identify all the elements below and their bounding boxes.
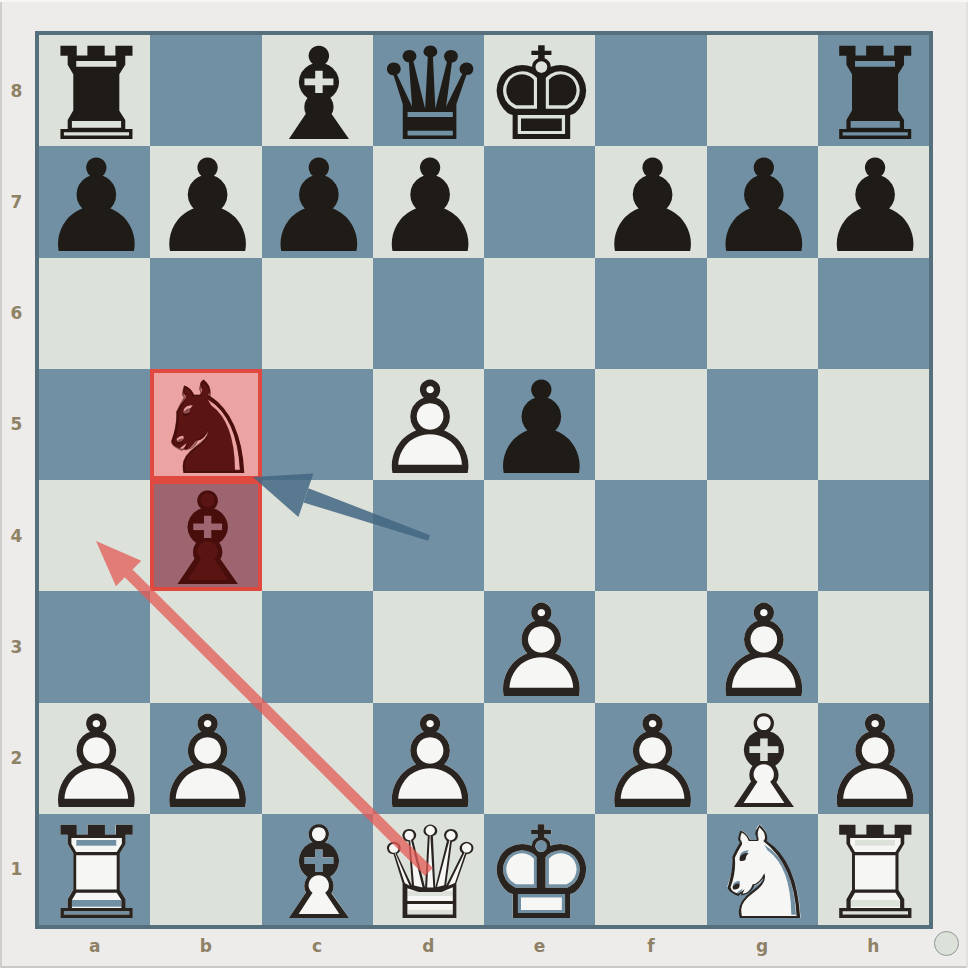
piece-white-queen[interactable]: ♛♕	[373, 814, 484, 925]
piece-black-pawn[interactable]: ♟	[373, 146, 484, 257]
piece-white-pawn[interactable]: ♟♙	[595, 703, 706, 814]
piece-white-pawn[interactable]: ♟♙	[484, 591, 595, 702]
square-a7[interactable]: ♟	[39, 146, 150, 257]
white-bishop-icon: ♝	[707, 699, 818, 827]
piece-white-rook[interactable]: ♜♖	[39, 814, 150, 925]
square-c4[interactable]	[262, 480, 373, 591]
piece-white-pawn[interactable]: ♟♙	[150, 703, 261, 814]
white-rook-icon: ♜	[39, 810, 150, 938]
square-d6[interactable]	[373, 258, 484, 369]
white-queen-icon: ♛	[373, 810, 484, 938]
square-a8[interactable]: ♜	[39, 35, 150, 146]
white-pawn-icon: ♟	[484, 588, 595, 716]
square-b3[interactable]	[150, 591, 261, 702]
black-pawn-icon: ♟	[373, 143, 484, 271]
square-f3[interactable]	[595, 591, 706, 702]
board: ♜♝♛♚♜♟♟♟♟♟♟♟♞♘♟♙♟♝♗♟♙♟♙♟♙♟♙♟♙♟♙♝♗♟♙♜♖♝♗♛…	[39, 35, 929, 925]
white-pawn-icon: ♟	[373, 699, 484, 827]
white-pawn-icon: ♟	[707, 588, 818, 716]
square-h8[interactable]: ♜	[818, 35, 929, 146]
black-queen-icon: ♛	[373, 31, 484, 159]
piece-black-bishop[interactable]: ♝♗	[150, 480, 261, 591]
page: 87654321 ♜♝♛♚♜♟♟♟♟♟♟♟♞♘♟♙♟♝♗♟♙♟♙♟♙♟♙♟♙♟♙…	[0, 0, 968, 968]
piece-black-rook[interactable]: ♜	[39, 35, 150, 146]
square-a2[interactable]: ♟♙	[39, 703, 150, 814]
square-g5[interactable]	[707, 369, 818, 480]
square-c1[interactable]: ♝♗	[262, 814, 373, 925]
square-e6[interactable]	[484, 258, 595, 369]
black-pawn-icon: ♟	[484, 365, 595, 493]
white-pawn-outline-icon: ♙	[595, 699, 706, 827]
black-rook-icon: ♜	[39, 31, 150, 159]
square-c6[interactable]	[262, 258, 373, 369]
white-knight-icon: ♞	[707, 810, 818, 938]
white-pawn-icon: ♟	[373, 365, 484, 493]
square-a6[interactable]	[39, 258, 150, 369]
white-pawn-outline-icon: ♙	[707, 588, 818, 716]
square-b8[interactable]	[150, 35, 261, 146]
square-b4[interactable]: ♝♗	[150, 480, 261, 591]
file-label-e: e	[484, 929, 595, 963]
square-g7[interactable]: ♟	[707, 146, 818, 257]
square-d3[interactable]	[373, 591, 484, 702]
file-label-d: d	[373, 929, 484, 963]
square-c5[interactable]	[262, 369, 373, 480]
black-king-icon: ♚	[484, 31, 595, 159]
square-c3[interactable]	[262, 591, 373, 702]
square-h7[interactable]: ♟	[818, 146, 929, 257]
white-bishop-outline-icon: ♗	[707, 699, 818, 827]
piece-white-pawn[interactable]: ♟♙	[373, 703, 484, 814]
black-bishop-icon: ♝	[262, 31, 373, 159]
black-knight-icon: ♞	[150, 365, 261, 493]
white-rook-outline-icon: ♖	[818, 810, 929, 938]
square-f4[interactable]	[595, 480, 706, 591]
black-pawn-icon: ♟	[818, 143, 929, 271]
square-a3[interactable]	[39, 591, 150, 702]
square-f1[interactable]	[595, 814, 706, 925]
square-f5[interactable]	[595, 369, 706, 480]
white-pawn-outline-icon: ♙	[373, 365, 484, 493]
square-h3[interactable]	[818, 591, 929, 702]
square-e8[interactable]: ♚	[484, 35, 595, 146]
rank-label-5: 5	[0, 369, 33, 480]
square-h1[interactable]: ♜♖	[818, 814, 929, 925]
square-b6[interactable]	[150, 258, 261, 369]
white-king-outline-icon: ♔	[484, 810, 595, 938]
white-pawn-outline-icon: ♙	[818, 699, 929, 827]
piece-white-king[interactable]: ♚♔	[484, 814, 595, 925]
piece-black-pawn[interactable]: ♟	[262, 146, 373, 257]
white-pawn-outline-icon: ♙	[484, 588, 595, 716]
white-pawn-outline-icon: ♙	[150, 699, 261, 827]
piece-black-pawn[interactable]: ♟	[595, 146, 706, 257]
square-g2[interactable]: ♝♗	[707, 703, 818, 814]
white-queen-outline-icon: ♕	[373, 810, 484, 938]
piece-white-pawn[interactable]: ♟♙	[373, 369, 484, 480]
piece-white-bishop[interactable]: ♝♗	[707, 703, 818, 814]
square-c8[interactable]: ♝	[262, 35, 373, 146]
black-pawn-icon: ♟	[595, 143, 706, 271]
rank-label-2: 2	[0, 703, 33, 814]
white-pawn-outline-icon: ♙	[373, 699, 484, 827]
square-a4[interactable]	[39, 480, 150, 591]
square-g1[interactable]: ♞♘	[707, 814, 818, 925]
square-g6[interactable]	[707, 258, 818, 369]
piece-black-knight[interactable]: ♞♘	[150, 369, 261, 480]
file-label-a: a	[39, 929, 150, 963]
black-pawn-icon: ♟	[262, 143, 373, 271]
white-bishop-outline-icon: ♗	[262, 810, 373, 938]
black-pawn-icon: ♟	[39, 143, 150, 271]
white-pawn-icon: ♟	[150, 699, 261, 827]
piece-black-rook[interactable]: ♜	[818, 35, 929, 146]
piece-black-pawn[interactable]: ♟	[39, 146, 150, 257]
piece-white-bishop[interactable]: ♝♗	[262, 814, 373, 925]
square-f7[interactable]: ♟	[595, 146, 706, 257]
square-c2[interactable]	[262, 703, 373, 814]
square-g4[interactable]	[707, 480, 818, 591]
piece-white-pawn[interactable]: ♟♙	[707, 591, 818, 702]
square-c7[interactable]: ♟	[262, 146, 373, 257]
piece-black-king[interactable]: ♚	[484, 35, 595, 146]
square-d8[interactable]: ♛	[373, 35, 484, 146]
square-b7[interactable]: ♟	[150, 146, 261, 257]
black-bishop-icon: ♝	[150, 476, 261, 604]
white-pawn-icon: ♟	[595, 699, 706, 827]
piece-black-bishop[interactable]: ♝	[262, 35, 373, 146]
square-h5[interactable]	[818, 369, 929, 480]
file-label-h: h	[818, 929, 929, 963]
piece-black-pawn[interactable]: ♟	[150, 146, 261, 257]
piece-black-queen[interactable]: ♛	[373, 35, 484, 146]
square-h2[interactable]: ♟♙	[818, 703, 929, 814]
square-b1[interactable]	[150, 814, 261, 925]
rank-labels: 87654321	[0, 35, 33, 925]
rank-label-7: 7	[0, 146, 33, 257]
piece-white-knight[interactable]: ♞♘	[707, 814, 818, 925]
file-label-b: b	[150, 929, 261, 963]
rank-label-3: 3	[0, 591, 33, 702]
square-h6[interactable]	[818, 258, 929, 369]
file-labels: abcdefgh	[39, 929, 929, 963]
square-d5[interactable]: ♟♙	[373, 369, 484, 480]
piece-black-pawn[interactable]: ♟	[484, 369, 595, 480]
file-label-f: f	[595, 929, 706, 963]
square-b2[interactable]: ♟♙	[150, 703, 261, 814]
square-f8[interactable]	[595, 35, 706, 146]
white-pawn-outline-icon: ♙	[39, 699, 150, 827]
file-label-c: c	[262, 929, 373, 963]
board-frame: ♜♝♛♚♜♟♟♟♟♟♟♟♞♘♟♙♟♝♗♟♙♟♙♟♙♟♙♟♙♟♙♝♗♟♙♜♖♝♗♛…	[35, 31, 933, 929]
square-e1[interactable]: ♚♔	[484, 814, 595, 925]
square-g3[interactable]: ♟♙	[707, 591, 818, 702]
square-a5[interactable]	[39, 369, 150, 480]
turn-indicator-white	[934, 931, 959, 956]
white-bishop-icon: ♝	[262, 810, 373, 938]
black-bishop-outline-icon: ♗	[150, 476, 261, 604]
rank-label-4: 4	[0, 480, 33, 591]
piece-black-pawn[interactable]: ♟	[707, 146, 818, 257]
square-g8[interactable]	[707, 35, 818, 146]
white-knight-outline-icon: ♘	[707, 810, 818, 938]
rank-label-1: 1	[0, 814, 33, 925]
square-a1[interactable]: ♜♖	[39, 814, 150, 925]
square-f6[interactable]	[595, 258, 706, 369]
black-pawn-icon: ♟	[150, 143, 261, 271]
white-pawn-icon: ♟	[39, 699, 150, 827]
square-d4[interactable]	[373, 480, 484, 591]
white-pawn-icon: ♟	[818, 699, 929, 827]
piece-black-pawn[interactable]: ♟	[818, 146, 929, 257]
square-h4[interactable]	[818, 480, 929, 591]
white-rook-outline-icon: ♖	[39, 810, 150, 938]
rank-label-6: 6	[0, 258, 33, 369]
square-e4[interactable]	[484, 480, 595, 591]
square-b5[interactable]: ♞♘	[150, 369, 261, 480]
file-label-g: g	[707, 929, 818, 963]
rank-label-8: 8	[0, 35, 33, 146]
white-king-icon: ♚	[484, 810, 595, 938]
square-e5[interactable]: ♟	[484, 369, 595, 480]
black-rook-icon: ♜	[818, 31, 929, 159]
white-rook-icon: ♜	[818, 810, 929, 938]
piece-white-pawn[interactable]: ♟♙	[39, 703, 150, 814]
black-knight-outline-icon: ♘	[150, 365, 261, 493]
black-pawn-icon: ♟	[707, 143, 818, 271]
square-e3[interactable]: ♟♙	[484, 591, 595, 702]
square-e2[interactable]	[484, 703, 595, 814]
square-f2[interactable]: ♟♙	[595, 703, 706, 814]
square-d1[interactable]: ♛♕	[373, 814, 484, 925]
piece-white-rook[interactable]: ♜♖	[818, 814, 929, 925]
square-e7[interactable]	[484, 146, 595, 257]
square-d2[interactable]: ♟♙	[373, 703, 484, 814]
square-d7[interactable]: ♟	[373, 146, 484, 257]
piece-white-pawn[interactable]: ♟♙	[818, 703, 929, 814]
